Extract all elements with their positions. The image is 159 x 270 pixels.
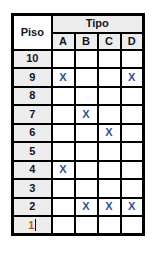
grid-cell-1-D[interactable] (121, 216, 144, 235)
grid-cell-8-D[interactable] (121, 87, 144, 106)
grid-cell-9-D[interactable]: X (121, 68, 144, 87)
grid-cell-2-D[interactable]: X (121, 198, 144, 217)
grid-cell-5-D[interactable] (121, 142, 144, 161)
table-row: 10 (13, 50, 144, 69)
grid-cell-3-C[interactable] (98, 179, 121, 198)
grid-cell-10-C[interactable] (98, 50, 121, 69)
row-label-text: 10 (26, 52, 38, 64)
grid-cell-4-C[interactable] (98, 161, 121, 180)
grid-cell-9-A[interactable]: X (52, 68, 75, 87)
col-header-D: D (121, 33, 144, 50)
grid-cell-7-C[interactable] (98, 105, 121, 124)
row-label-8[interactable]: 8 (13, 87, 52, 106)
grid-cell-2-A[interactable] (52, 198, 75, 217)
grid-cell-7-B[interactable]: X (75, 105, 98, 124)
row-label-9[interactable]: 9 (13, 68, 52, 87)
grid-cell-8-B[interactable] (75, 87, 98, 106)
grid-cell-10-D[interactable] (121, 50, 144, 69)
row-label-10[interactable]: 10 (13, 50, 52, 69)
grid-cell-7-A[interactable] (52, 105, 75, 124)
grid-cell-5-C[interactable] (98, 142, 121, 161)
logic-grid-board: Piso Tipo ABCD 109XX87X6X54X32XXX1 (11, 13, 145, 236)
grid-cell-2-B[interactable]: X (75, 198, 98, 217)
row-label-text: 4 (29, 163, 35, 175)
grid-cell-6-B[interactable] (75, 124, 98, 143)
table-row: 1 (13, 216, 144, 235)
grid-cell-6-C[interactable]: X (98, 124, 121, 143)
row-label-4[interactable]: 4 (13, 161, 52, 180)
row-label-text: 6 (29, 126, 35, 138)
table-row: 6X (13, 124, 144, 143)
grid-cell-10-B[interactable] (75, 50, 98, 69)
row-label-text: 2 (29, 200, 35, 212)
grid-cell-3-B[interactable] (75, 179, 98, 198)
puzzle-table: Piso Tipo ABCD 109XX87X6X54X32XXX1 (11, 13, 145, 236)
grid-cell-5-A[interactable] (52, 142, 75, 161)
row-label-3[interactable]: 3 (13, 179, 52, 198)
grid-cell-5-B[interactable] (75, 142, 98, 161)
table-row: 9XX (13, 68, 144, 87)
text-cursor (35, 219, 36, 231)
grid-cell-1-B[interactable] (75, 216, 98, 235)
grid-cell-7-D[interactable] (121, 105, 144, 124)
table-row: 3 (13, 179, 144, 198)
col-header-A: A (52, 33, 75, 50)
table-row: 2XXX (13, 198, 144, 217)
row-label-text: 3 (29, 182, 35, 194)
grid-cell-4-D[interactable] (121, 161, 144, 180)
table-row: 5 (13, 142, 144, 161)
grid-cell-3-D[interactable] (121, 179, 144, 198)
group-header-tipo: Tipo (52, 15, 144, 33)
row-label-text: 7 (29, 108, 35, 120)
grid-cell-9-B[interactable] (75, 68, 98, 87)
row-label-5[interactable]: 5 (13, 142, 52, 161)
grid-cell-3-A[interactable] (52, 179, 75, 198)
table-row: 8 (13, 87, 144, 106)
grid-cell-1-C[interactable] (98, 216, 121, 235)
grid-cell-4-B[interactable] (75, 161, 98, 180)
grid-cell-6-A[interactable] (52, 124, 75, 143)
row-label-2[interactable]: 2 (13, 198, 52, 217)
table-row: 4X (13, 161, 144, 180)
grid-cell-1-A[interactable] (52, 216, 75, 235)
col-header-B: B (75, 33, 98, 50)
grid-cell-2-C[interactable]: X (98, 198, 121, 217)
corner-header-piso: Piso (13, 15, 52, 50)
grid-cell-10-A[interactable] (52, 50, 75, 69)
grid-cell-8-C[interactable] (98, 87, 121, 106)
row-label-text: 8 (29, 89, 35, 101)
grid-cell-6-D[interactable] (121, 124, 144, 143)
row-label-text: 5 (29, 145, 35, 157)
row-label-7[interactable]: 7 (13, 105, 52, 124)
row-label-text: 9 (29, 71, 35, 83)
grid-cell-8-A[interactable] (52, 87, 75, 106)
col-header-C: C (98, 33, 121, 50)
row-label-1[interactable]: 1 (13, 216, 52, 235)
row-label-6[interactable]: 6 (13, 124, 52, 143)
grid-cell-9-C[interactable] (98, 68, 121, 87)
row-label-text: 1 (28, 219, 34, 231)
table-row: 7X (13, 105, 144, 124)
grid-cell-4-A[interactable]: X (52, 161, 75, 180)
